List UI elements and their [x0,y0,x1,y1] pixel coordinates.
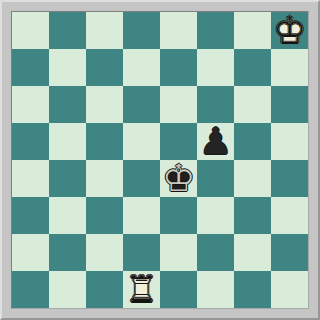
square-e8[interactable] [160,12,197,49]
square-f8[interactable] [197,12,234,49]
board-frame: ♚♔♟♚♔♜♖ [0,0,320,320]
square-h8[interactable]: ♚♔ [271,12,308,49]
square-f6[interactable] [197,86,234,123]
square-g7[interactable] [234,49,271,86]
white-rook-outline: ♖ [123,271,160,308]
square-d6[interactable] [123,86,160,123]
square-e7[interactable] [160,49,197,86]
square-d1[interactable]: ♜♖ [123,271,160,308]
square-h7[interactable] [271,49,308,86]
square-a3[interactable] [12,197,49,234]
square-g1[interactable] [234,271,271,308]
black-pawn: ♟ [197,123,234,160]
square-f2[interactable] [197,234,234,271]
square-e5[interactable] [160,123,197,160]
square-g4[interactable] [234,160,271,197]
black-king: ♚ [160,160,197,197]
square-b7[interactable] [49,49,86,86]
square-g3[interactable] [234,197,271,234]
square-b3[interactable] [49,197,86,234]
square-d3[interactable] [123,197,160,234]
square-d8[interactable] [123,12,160,49]
square-a2[interactable] [12,234,49,271]
square-a8[interactable] [12,12,49,49]
black-king-outline: ♔ [160,160,197,197]
square-c4[interactable] [86,160,123,197]
square-g5[interactable] [234,123,271,160]
square-b6[interactable] [49,86,86,123]
square-f1[interactable] [197,271,234,308]
white-king: ♚ [271,12,308,49]
square-f5[interactable]: ♟ [197,123,234,160]
square-d2[interactable] [123,234,160,271]
square-c7[interactable] [86,49,123,86]
square-b2[interactable] [49,234,86,271]
square-a6[interactable] [12,86,49,123]
square-h5[interactable] [271,123,308,160]
white-king-outline: ♔ [271,12,308,49]
square-d4[interactable] [123,160,160,197]
square-c3[interactable] [86,197,123,234]
square-d7[interactable] [123,49,160,86]
square-h4[interactable] [271,160,308,197]
square-b8[interactable] [49,12,86,49]
square-g8[interactable] [234,12,271,49]
square-c8[interactable] [86,12,123,49]
square-f4[interactable] [197,160,234,197]
board-inner-border: ♚♔♟♚♔♜♖ [11,11,309,309]
square-a1[interactable] [12,271,49,308]
square-c1[interactable] [86,271,123,308]
square-f3[interactable] [197,197,234,234]
square-a5[interactable] [12,123,49,160]
square-h6[interactable] [271,86,308,123]
chess-board: ♚♔♟♚♔♜♖ [12,12,308,308]
square-b5[interactable] [49,123,86,160]
square-e3[interactable] [160,197,197,234]
square-f7[interactable] [197,49,234,86]
square-b1[interactable] [49,271,86,308]
square-h3[interactable] [271,197,308,234]
square-a4[interactable] [12,160,49,197]
square-h2[interactable] [271,234,308,271]
square-e2[interactable] [160,234,197,271]
square-g2[interactable] [234,234,271,271]
square-c5[interactable] [86,123,123,160]
square-e6[interactable] [160,86,197,123]
square-h1[interactable] [271,271,308,308]
square-e4[interactable]: ♚♔ [160,160,197,197]
white-rook: ♜ [123,271,160,308]
square-g6[interactable] [234,86,271,123]
square-c6[interactable] [86,86,123,123]
square-d5[interactable] [123,123,160,160]
square-b4[interactable] [49,160,86,197]
square-a7[interactable] [12,49,49,86]
square-c2[interactable] [86,234,123,271]
square-e1[interactable] [160,271,197,308]
